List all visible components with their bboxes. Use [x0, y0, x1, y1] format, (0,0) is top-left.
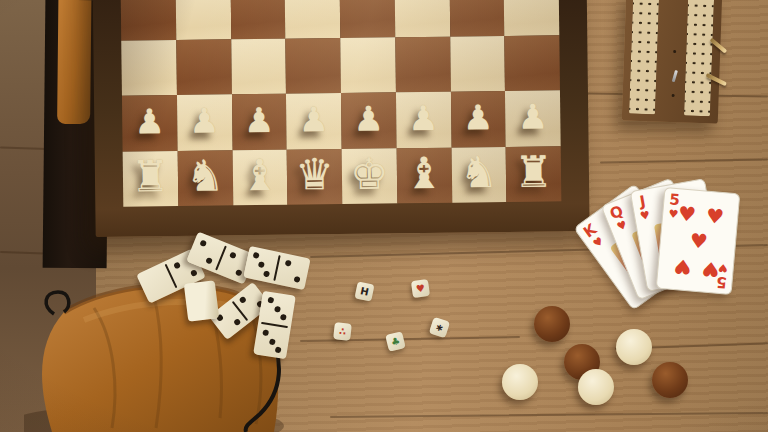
board-square[interactable] — [175, 0, 230, 40]
heart-suit-icon: ♥ — [639, 209, 651, 222]
heart-pip: ♥ — [677, 201, 697, 226]
card-corner-index: J ♥ — [636, 194, 650, 222]
board-square[interactable] — [449, 0, 504, 36]
white-pawn[interactable]: ♟ — [286, 93, 341, 149]
die-face: H — [359, 286, 369, 298]
white-knight[interactable]: ♞ — [177, 149, 232, 208]
board-square[interactable] — [230, 0, 285, 39]
floor-plank-seam — [330, 412, 768, 418]
white-pawn[interactable]: ♟ — [231, 94, 286, 150]
white-back-rank: ♜♞♝♛♚♝♞♜ — [123, 145, 562, 208]
poker-die[interactable]: ♣ — [385, 331, 406, 352]
die-face: ∴ — [339, 326, 347, 337]
domino-pip — [280, 314, 287, 321]
domino-pip — [258, 261, 265, 268]
white-pawn[interactable]: ♟ — [505, 90, 560, 146]
board-square[interactable] — [176, 39, 231, 95]
domino-pip — [229, 251, 237, 259]
domino-pip — [239, 296, 247, 304]
domino-pip — [253, 252, 260, 259]
domino-pip — [263, 270, 270, 277]
cribbage-center-hole — [673, 50, 676, 53]
domino-pip — [285, 260, 292, 267]
card-rank: J — [639, 194, 647, 210]
board-square[interactable] — [121, 0, 176, 40]
domino-pip — [199, 239, 207, 247]
white-rook[interactable]: ♜ — [506, 145, 561, 204]
checker-piece-cream[interactable] — [502, 364, 538, 400]
board-square[interactable] — [505, 35, 560, 91]
board-square[interactable] — [285, 0, 340, 38]
board-square[interactable] — [450, 35, 505, 91]
card-corner-index: Q ♥ — [608, 204, 630, 234]
poker-die[interactable]: ∴ — [333, 322, 352, 341]
die-face: ♥ — [415, 283, 425, 294]
domino-half — [258, 291, 295, 327]
domino-tile-on-edge[interactable] — [184, 280, 219, 321]
die-face: ∗ — [434, 321, 445, 333]
heart-suit-icon: ♥ — [591, 235, 605, 250]
white-queen[interactable]: ♛ — [287, 148, 342, 207]
domino-pip — [293, 276, 300, 283]
domino-pip — [267, 296, 274, 303]
checker-piece-brown[interactable] — [534, 306, 570, 342]
cribbage-peg-track — [629, 0, 659, 114]
white-pawn-rank: ♟♟♟♟♟♟♟♟ — [122, 90, 561, 150]
white-pawn[interactable]: ♟ — [122, 95, 177, 151]
heart-pip: ♥ — [700, 256, 720, 281]
domino-pip — [235, 269, 243, 277]
domino-pip — [268, 338, 275, 345]
poker-die[interactable]: H — [354, 281, 374, 301]
floor-plank-seam — [600, 159, 768, 164]
chessboard: ♟♟♟♟♟♟♟♟ ♜♞♝♛♚♝♞♜ — [92, 0, 589, 237]
domino-pip — [173, 261, 181, 269]
white-rook[interactable]: ♜ — [123, 150, 178, 209]
board-square[interactable] — [504, 0, 559, 35]
playing-card-five-hearts[interactable]: 5 ♥ 5 ♥ ♥ ♥ ♥ ♥ ♥ — [656, 187, 741, 295]
heart-pip: ♥ — [689, 228, 709, 253]
heart-suit-icon: ♥ — [615, 219, 628, 233]
board-square[interactable] — [340, 0, 395, 38]
checker-piece-cream[interactable] — [616, 329, 652, 365]
board-square[interactable] — [394, 0, 449, 37]
domino-pip — [274, 305, 281, 312]
checker-piece-cream[interactable] — [578, 369, 614, 405]
white-bishop[interactable]: ♝ — [232, 149, 287, 208]
board-square[interactable] — [395, 36, 450, 92]
white-bishop[interactable]: ♝ — [396, 147, 451, 206]
board-square[interactable] — [286, 38, 341, 94]
game-table-scene: ♟♟♟♟♟♟♟♟ ♜♞♝♛♚♝♞♜ — [0, 0, 768, 432]
card-corner-index: K ♥ — [581, 222, 606, 251]
white-king[interactable]: ♚ — [342, 147, 397, 206]
white-pawn[interactable]: ♟ — [396, 92, 451, 148]
domino-pip — [275, 347, 282, 354]
checker-piece-brown[interactable] — [652, 362, 688, 398]
board-square[interactable] — [340, 37, 395, 93]
board-square[interactable] — [231, 38, 286, 94]
heart-pip: ♥ — [672, 254, 692, 279]
poker-die[interactable]: ♥ — [411, 279, 430, 298]
domino-pip — [190, 269, 198, 277]
cribbage-center-hole — [672, 94, 675, 97]
die-face: ♣ — [390, 336, 401, 348]
white-pawn[interactable]: ♟ — [450, 91, 505, 147]
white-pawn[interactable]: ♟ — [177, 94, 232, 150]
domino-pip — [262, 329, 269, 336]
board-square[interactable] — [121, 40, 176, 96]
cribbage-peg[interactable] — [672, 70, 678, 82]
bag-cord-loop[interactable] — [46, 292, 69, 314]
white-knight[interactable]: ♞ — [451, 146, 506, 205]
cribbage-peg-track — [684, 0, 714, 116]
domino-half — [253, 323, 290, 359]
white-pawn[interactable]: ♟ — [341, 92, 396, 148]
cribbage-board — [622, 0, 722, 124]
poker-die[interactable]: ∗ — [429, 317, 450, 338]
heart-pip: ♥ — [705, 204, 725, 229]
domino-pip — [233, 318, 241, 326]
domino-pip — [205, 257, 213, 265]
case-lining-cloth — [57, 0, 91, 124]
